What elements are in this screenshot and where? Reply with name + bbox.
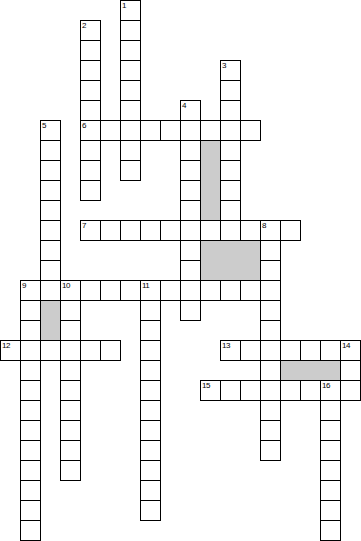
- grid-cell[interactable]: [320, 400, 341, 421]
- grid-cell[interactable]: [260, 260, 281, 281]
- grid-cell[interactable]: [320, 520, 341, 541]
- grid-cell[interactable]: [200, 220, 221, 241]
- grid-cell[interactable]: [60, 300, 81, 321]
- grid-cell[interactable]: [220, 140, 241, 161]
- grid-cell[interactable]: [240, 220, 261, 241]
- grid-cell[interactable]: [260, 320, 281, 341]
- grid-cell[interactable]: [120, 60, 141, 81]
- grid-cell[interactable]: [220, 100, 241, 121]
- grid-cell[interactable]: [180, 300, 201, 321]
- grid-cell[interactable]: [140, 340, 161, 361]
- grid-cell[interactable]: [120, 80, 141, 101]
- grid-cell[interactable]: [60, 380, 81, 401]
- grid-cell[interactable]: [320, 480, 341, 501]
- crossword-grid: 12345678910111213141516: [0, 0, 361, 541]
- grid-cell[interactable]: [20, 400, 41, 421]
- grid-cell[interactable]: [100, 120, 121, 141]
- grid-cell[interactable]: [180, 100, 201, 121]
- grid-cell[interactable]: [60, 360, 81, 381]
- grid-cell[interactable]: [180, 260, 201, 281]
- grid-cell[interactable]: [220, 180, 241, 201]
- grid-cell[interactable]: [80, 40, 101, 61]
- grid-cell[interactable]: [180, 240, 201, 261]
- grid-cell[interactable]: [340, 340, 361, 361]
- shaded-block: [40, 300, 61, 341]
- grid-cell[interactable]: [20, 440, 41, 461]
- grid-cell[interactable]: [20, 460, 41, 481]
- grid-cell[interactable]: [280, 340, 301, 361]
- grid-cell[interactable]: [120, 160, 141, 181]
- grid-cell[interactable]: [20, 520, 41, 541]
- grid-cell[interactable]: [120, 0, 141, 21]
- grid-cell[interactable]: [120, 100, 141, 121]
- grid-cell[interactable]: [140, 380, 161, 401]
- grid-cell[interactable]: [80, 340, 101, 361]
- grid-cell[interactable]: [220, 120, 241, 141]
- shaded-block: [280, 360, 341, 381]
- grid-cell[interactable]: [80, 100, 101, 121]
- grid-cell[interactable]: [100, 220, 121, 241]
- grid-cell[interactable]: [260, 220, 281, 241]
- grid-cell[interactable]: [140, 420, 161, 441]
- grid-cell[interactable]: [20, 320, 41, 341]
- grid-cell[interactable]: [20, 480, 41, 501]
- grid-cell[interactable]: [40, 340, 61, 361]
- grid-cell[interactable]: [120, 20, 141, 41]
- grid-cell[interactable]: [220, 220, 241, 241]
- grid-cell[interactable]: [300, 340, 321, 361]
- grid-cell[interactable]: [260, 360, 281, 381]
- grid-cell[interactable]: [80, 20, 101, 41]
- grid-cell[interactable]: [140, 280, 161, 301]
- grid-cell[interactable]: [220, 340, 241, 361]
- grid-cell[interactable]: [60, 320, 81, 341]
- shaded-block: [200, 140, 221, 221]
- grid-cell[interactable]: [40, 140, 61, 161]
- grid-cell[interactable]: [220, 380, 241, 401]
- grid-cell[interactable]: [20, 420, 41, 441]
- grid-cell[interactable]: [60, 340, 81, 361]
- grid-cell[interactable]: [320, 460, 341, 481]
- grid-cell[interactable]: [60, 440, 81, 461]
- grid-cell[interactable]: [80, 220, 101, 241]
- grid-cell[interactable]: [280, 220, 301, 241]
- grid-cell[interactable]: [260, 380, 281, 401]
- grid-cell[interactable]: [120, 120, 141, 141]
- grid-cell[interactable]: [180, 180, 201, 201]
- grid-cell[interactable]: [220, 200, 241, 221]
- grid-cell[interactable]: [40, 160, 61, 181]
- grid-cell[interactable]: [300, 380, 321, 401]
- grid-cell[interactable]: [220, 280, 241, 301]
- grid-cell[interactable]: [100, 340, 121, 361]
- grid-cell[interactable]: [20, 360, 41, 381]
- grid-cell[interactable]: [120, 280, 141, 301]
- grid-cell[interactable]: [140, 400, 161, 421]
- grid-cell[interactable]: [240, 120, 261, 141]
- grid-cell[interactable]: [140, 480, 161, 501]
- grid-cell[interactable]: [160, 280, 181, 301]
- grid-cell[interactable]: [320, 420, 341, 441]
- grid-cell[interactable]: [20, 300, 41, 321]
- grid-cell[interactable]: [40, 240, 61, 261]
- grid-cell[interactable]: [40, 200, 61, 221]
- grid-cell[interactable]: [60, 420, 81, 441]
- grid-cell[interactable]: [160, 120, 181, 141]
- grid-cell[interactable]: [240, 280, 261, 301]
- grid-cell[interactable]: [140, 440, 161, 461]
- grid-cell[interactable]: [320, 340, 341, 361]
- grid-cell[interactable]: [180, 220, 201, 241]
- grid-cell[interactable]: [180, 120, 201, 141]
- grid-cell[interactable]: [240, 380, 261, 401]
- grid-cell[interactable]: [280, 380, 301, 401]
- grid-cell[interactable]: [260, 420, 281, 441]
- grid-cell[interactable]: [140, 220, 161, 241]
- grid-cell[interactable]: [40, 220, 61, 241]
- grid-cell[interactable]: [340, 360, 361, 381]
- grid-cell[interactable]: [120, 220, 141, 241]
- grid-cell[interactable]: [200, 280, 221, 301]
- grid-cell[interactable]: [220, 60, 241, 81]
- grid-cell[interactable]: [200, 120, 221, 141]
- grid-cell[interactable]: [0, 340, 21, 361]
- grid-cell[interactable]: [140, 460, 161, 481]
- grid-cell[interactable]: [20, 280, 41, 301]
- grid-cell[interactable]: [80, 80, 101, 101]
- grid-cell[interactable]: [40, 280, 61, 301]
- grid-cell[interactable]: [140, 120, 161, 141]
- grid-cell[interactable]: [160, 220, 181, 241]
- grid-cell[interactable]: [180, 140, 201, 161]
- grid-cell[interactable]: [220, 160, 241, 181]
- grid-cell[interactable]: [20, 380, 41, 401]
- grid-cell[interactable]: [260, 280, 281, 301]
- grid-cell[interactable]: [60, 460, 81, 481]
- shaded-block: [200, 240, 261, 281]
- grid-cell[interactable]: [20, 340, 41, 361]
- grid-cell[interactable]: [120, 40, 141, 61]
- grid-cell[interactable]: [80, 180, 101, 201]
- grid-cell[interactable]: [60, 280, 81, 301]
- grid-cell[interactable]: [140, 360, 161, 381]
- grid-cell[interactable]: [80, 160, 101, 181]
- grid-cell[interactable]: [80, 60, 101, 81]
- grid-cell[interactable]: [140, 320, 161, 341]
- grid-cell[interactable]: [80, 120, 101, 141]
- grid-cell[interactable]: [260, 440, 281, 461]
- grid-cell[interactable]: [180, 280, 201, 301]
- grid-cell[interactable]: [40, 260, 61, 281]
- grid-cell[interactable]: [260, 240, 281, 261]
- grid-cell[interactable]: [60, 400, 81, 421]
- grid-cell[interactable]: [200, 380, 221, 401]
- grid-cell[interactable]: [320, 380, 341, 401]
- grid-cell[interactable]: [120, 140, 141, 161]
- grid-cell[interactable]: [20, 500, 41, 521]
- grid-cell[interactable]: [140, 300, 161, 321]
- grid-cell[interactable]: [80, 140, 101, 161]
- grid-cell[interactable]: [180, 200, 201, 221]
- grid-cell[interactable]: [100, 280, 121, 301]
- grid-cell[interactable]: [340, 380, 361, 401]
- grid-cell[interactable]: [260, 340, 281, 361]
- grid-cell[interactable]: [260, 400, 281, 421]
- grid-cell[interactable]: [140, 500, 161, 521]
- grid-cell[interactable]: [40, 120, 61, 141]
- grid-cell[interactable]: [220, 80, 241, 101]
- grid-cell[interactable]: [40, 180, 61, 201]
- grid-cell[interactable]: [320, 440, 341, 461]
- grid-cell[interactable]: [260, 300, 281, 321]
- grid-cell[interactable]: [80, 280, 101, 301]
- grid-cell[interactable]: [240, 340, 261, 361]
- grid-cell[interactable]: [320, 500, 341, 521]
- grid-cell[interactable]: [180, 160, 201, 181]
